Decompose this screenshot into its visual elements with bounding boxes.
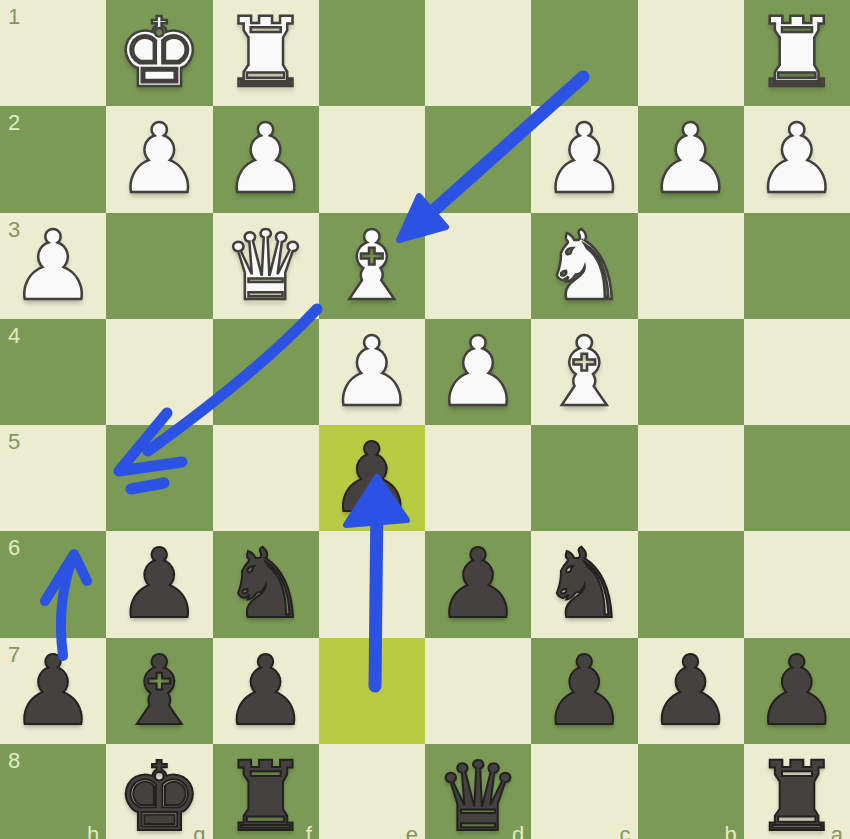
square-f8[interactable]: f♜ xyxy=(213,744,319,839)
piece-white-pawn[interactable]: ♟ xyxy=(754,111,840,207)
piece-black-pawn[interactable]: ♟ xyxy=(541,643,627,739)
square-d1[interactable] xyxy=(425,0,531,106)
piece-white-knight[interactable]: ♞ xyxy=(541,218,627,314)
piece-white-queen[interactable]: ♛ xyxy=(223,218,309,314)
piece-black-pawn[interactable]: ♟ xyxy=(116,536,202,632)
square-a1[interactable]: ♜ xyxy=(744,0,850,106)
piece-black-knight[interactable]: ♞ xyxy=(541,536,627,632)
square-d8[interactable]: d♛ xyxy=(425,744,531,839)
square-h2[interactable]: 2 xyxy=(0,106,106,212)
square-e6[interactable] xyxy=(319,531,425,637)
square-b7[interactable]: ♟ xyxy=(638,638,744,744)
square-f6[interactable]: ♞ xyxy=(213,531,319,637)
square-b3[interactable] xyxy=(638,213,744,319)
square-d4[interactable]: ♟ xyxy=(425,319,531,425)
square-h8[interactable]: 8h xyxy=(0,744,106,839)
piece-white-king[interactable]: ♚ xyxy=(116,5,202,101)
piece-white-rook[interactable]: ♜ xyxy=(754,5,840,101)
piece-black-pawn[interactable]: ♟ xyxy=(435,536,521,632)
square-g8[interactable]: g♚ xyxy=(106,744,212,839)
square-h5[interactable]: 5 xyxy=(0,425,106,531)
square-d7[interactable] xyxy=(425,638,531,744)
piece-white-rook[interactable]: ♜ xyxy=(223,5,309,101)
piece-black-knight[interactable]: ♞ xyxy=(223,536,309,632)
rank-label-4: 4 xyxy=(8,323,20,349)
square-e8[interactable]: e xyxy=(319,744,425,839)
square-g6[interactable]: ♟ xyxy=(106,531,212,637)
piece-black-rook[interactable]: ♜ xyxy=(223,749,309,839)
square-e3[interactable]: ♝ xyxy=(319,213,425,319)
square-g2[interactable]: ♟ xyxy=(106,106,212,212)
square-g1[interactable]: ♚ xyxy=(106,0,212,106)
rank-label-5: 5 xyxy=(8,429,20,455)
square-d3[interactable] xyxy=(425,213,531,319)
piece-white-pawn[interactable]: ♟ xyxy=(541,111,627,207)
square-d6[interactable]: ♟ xyxy=(425,531,531,637)
piece-black-pawn[interactable]: ♟ xyxy=(10,643,96,739)
square-f1[interactable]: ♜ xyxy=(213,0,319,106)
square-e2[interactable] xyxy=(319,106,425,212)
square-d2[interactable] xyxy=(425,106,531,212)
piece-black-bishop[interactable]: ♝ xyxy=(116,643,202,739)
square-g5[interactable] xyxy=(106,425,212,531)
piece-black-pawn[interactable]: ♟ xyxy=(754,643,840,739)
square-c1[interactable] xyxy=(531,0,637,106)
piece-white-pawn[interactable]: ♟ xyxy=(10,218,96,314)
file-label-c: c xyxy=(620,822,631,839)
piece-black-rook[interactable]: ♜ xyxy=(754,749,840,839)
rank-label-1: 1 xyxy=(8,4,20,30)
piece-black-pawn[interactable]: ♟ xyxy=(329,430,415,526)
piece-black-king[interactable]: ♚ xyxy=(116,749,202,839)
square-h3[interactable]: 3♟ xyxy=(0,213,106,319)
file-label-e: e xyxy=(406,822,418,839)
piece-white-pawn[interactable]: ♟ xyxy=(435,324,521,420)
square-h4[interactable]: 4 xyxy=(0,319,106,425)
piece-white-pawn[interactable]: ♟ xyxy=(648,111,734,207)
file-label-h: h xyxy=(87,822,99,839)
rank-label-8: 8 xyxy=(8,748,20,774)
piece-black-pawn[interactable]: ♟ xyxy=(648,643,734,739)
square-c6[interactable]: ♞ xyxy=(531,531,637,637)
piece-black-queen[interactable]: ♛ xyxy=(435,749,521,839)
square-e5[interactable]: ♟ xyxy=(319,425,425,531)
square-a2[interactable]: ♟ xyxy=(744,106,850,212)
square-e7[interactable] xyxy=(319,638,425,744)
piece-black-pawn[interactable]: ♟ xyxy=(223,643,309,739)
square-f4[interactable] xyxy=(213,319,319,425)
square-b4[interactable] xyxy=(638,319,744,425)
square-f3[interactable]: ♛ xyxy=(213,213,319,319)
square-a6[interactable] xyxy=(744,531,850,637)
square-h7[interactable]: 7♟ xyxy=(0,638,106,744)
piece-white-pawn[interactable]: ♟ xyxy=(223,111,309,207)
rank-label-2: 2 xyxy=(8,110,20,136)
square-h1[interactable]: 1 xyxy=(0,0,106,106)
square-f5[interactable] xyxy=(213,425,319,531)
file-label-b: b xyxy=(725,822,737,839)
square-f2[interactable]: ♟ xyxy=(213,106,319,212)
square-a7[interactable]: ♟ xyxy=(744,638,850,744)
square-b6[interactable] xyxy=(638,531,744,637)
square-c7[interactable]: ♟ xyxy=(531,638,637,744)
square-e4[interactable]: ♟ xyxy=(319,319,425,425)
square-g7[interactable]: ♝ xyxy=(106,638,212,744)
square-b2[interactable]: ♟ xyxy=(638,106,744,212)
piece-white-pawn[interactable]: ♟ xyxy=(116,111,202,207)
square-b8[interactable]: b xyxy=(638,744,744,839)
square-f7[interactable]: ♟ xyxy=(213,638,319,744)
square-b5[interactable] xyxy=(638,425,744,531)
piece-white-bishop[interactable]: ♝ xyxy=(329,218,415,314)
rank-label-6: 6 xyxy=(8,535,20,561)
piece-white-pawn[interactable]: ♟ xyxy=(329,324,415,420)
square-c2[interactable]: ♟ xyxy=(531,106,637,212)
square-b1[interactable] xyxy=(638,0,744,106)
square-h6[interactable]: 6 xyxy=(0,531,106,637)
square-c5[interactable] xyxy=(531,425,637,531)
square-a3[interactable] xyxy=(744,213,850,319)
square-c4[interactable]: ♝ xyxy=(531,319,637,425)
square-a8[interactable]: a♜ xyxy=(744,744,850,839)
square-g3[interactable] xyxy=(106,213,212,319)
chess-board: 1♚♜♜2♟♟♟♟♟3♟♛♝♞4♟♟♝5♟6♟♞♟♞7♟♝♟♟♟♟8hg♚f♜e… xyxy=(0,0,850,839)
square-a4[interactable] xyxy=(744,319,850,425)
piece-white-bishop[interactable]: ♝ xyxy=(541,324,627,420)
square-c8[interactable]: c xyxy=(531,744,637,839)
square-e1[interactable] xyxy=(319,0,425,106)
square-g4[interactable] xyxy=(106,319,212,425)
square-a5[interactable] xyxy=(744,425,850,531)
square-c3[interactable]: ♞ xyxy=(531,213,637,319)
square-d5[interactable] xyxy=(425,425,531,531)
